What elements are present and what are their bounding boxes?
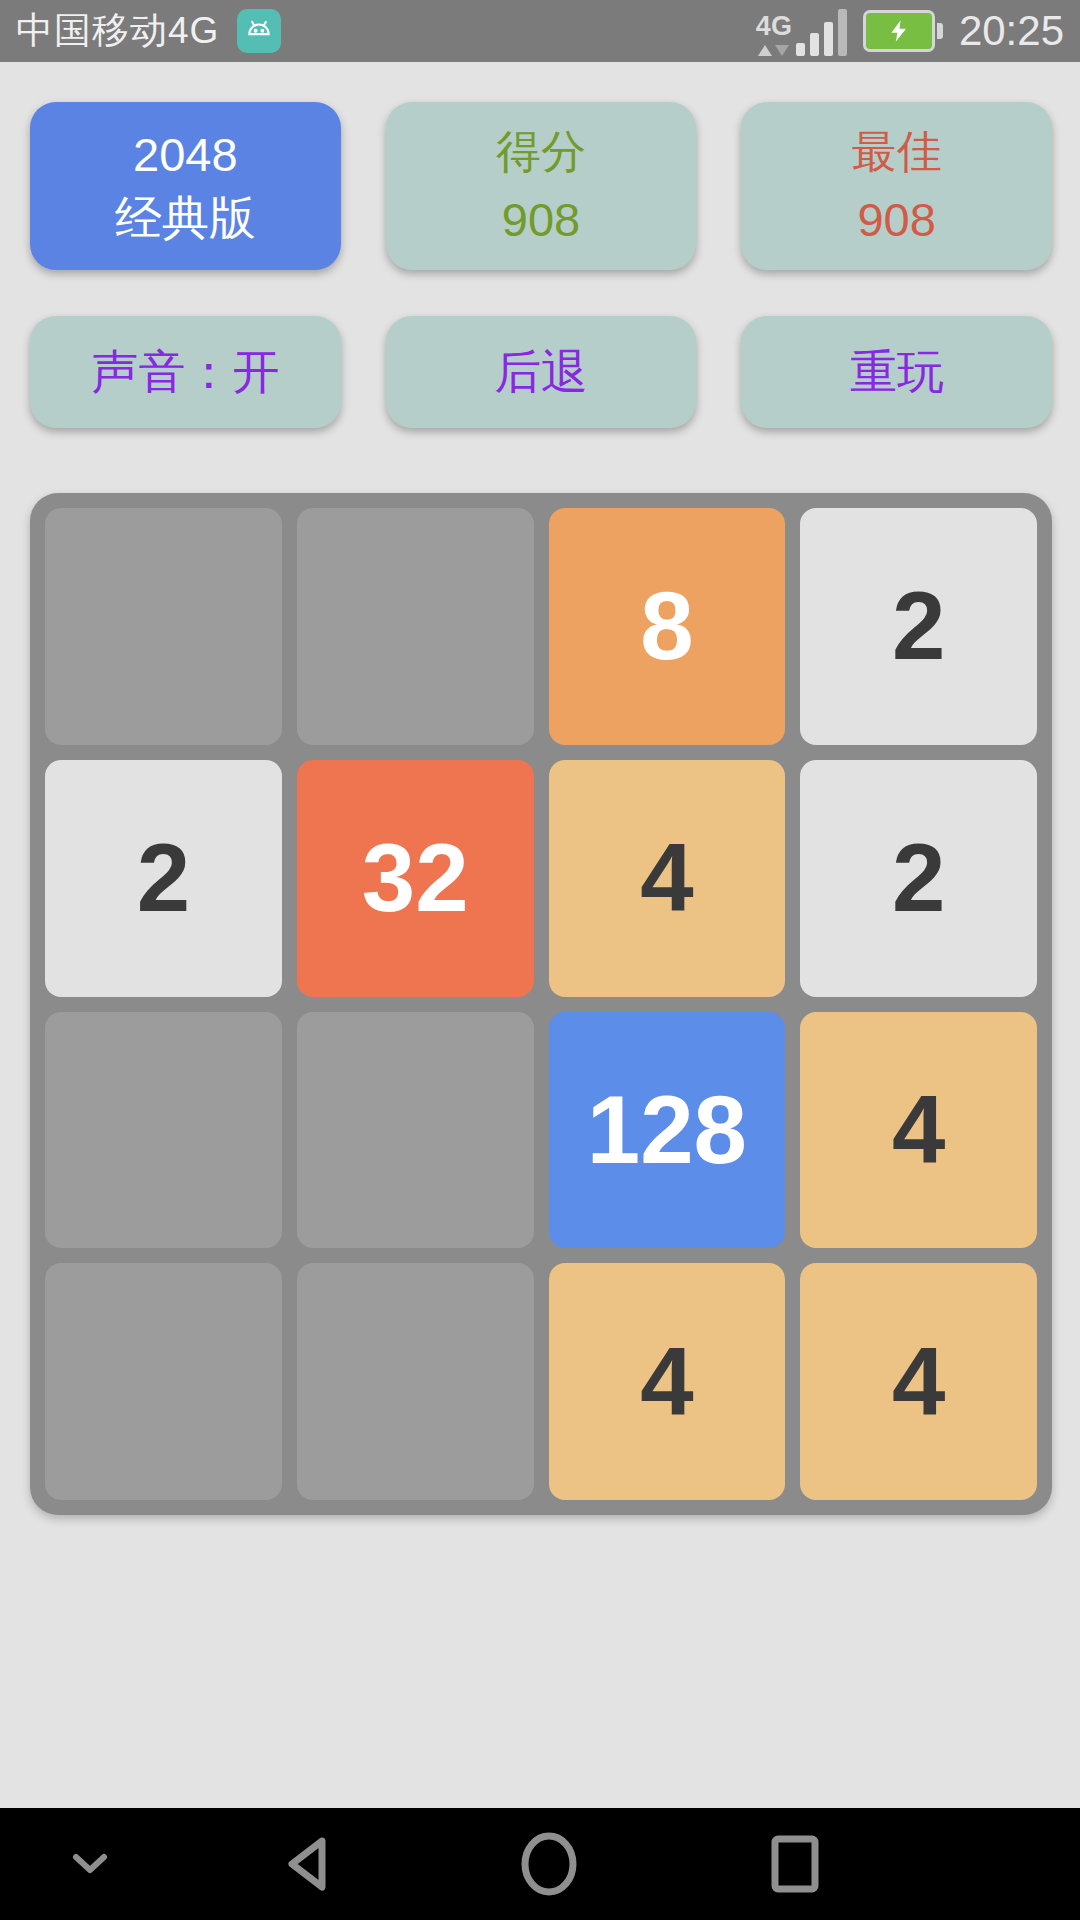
tile-4: 4 (549, 1263, 786, 1500)
clock: 20:25 (959, 7, 1064, 55)
title-line2: 经典版 (115, 186, 256, 249)
signal-bars-icon (796, 8, 847, 56)
empty-cell (45, 1012, 282, 1249)
best-value: 908 (857, 196, 935, 243)
chevron-down-icon (68, 1851, 112, 1877)
tile-4: 4 (800, 1012, 1037, 1249)
android-notification-icon (237, 9, 281, 53)
score-label: 得分 (496, 129, 586, 174)
phone-screen: 中国移动4G 4G (0, 0, 1080, 1920)
tile-8: 8 (549, 508, 786, 745)
status-bar: 中国移动4G 4G (0, 0, 1080, 62)
header-row-1: 2048 经典版 得分 908 最佳 908 (30, 102, 1052, 270)
replay-label: 重玩 (850, 341, 944, 404)
sound-toggle-label: 声音：开 (91, 341, 279, 404)
signal-indicator: 4G (756, 6, 847, 56)
network-type-label: 4G (756, 13, 792, 40)
home-circle-icon (519, 1832, 579, 1896)
empty-cell (297, 1263, 534, 1500)
recents-button[interactable] (769, 1833, 821, 1895)
tile-128: 128 (549, 1012, 786, 1249)
undo-label: 后退 (494, 341, 588, 404)
tile-2: 2 (45, 760, 282, 997)
tile-2: 2 (800, 760, 1037, 997)
empty-cell (297, 508, 534, 745)
undo-button[interactable]: 后退 (386, 316, 697, 428)
header-row-2: 声音：开 后退 重玩 (30, 316, 1052, 428)
replay-button[interactable]: 重玩 (741, 316, 1052, 428)
score-value: 908 (502, 196, 580, 243)
tile-4: 4 (549, 760, 786, 997)
title-button[interactable]: 2048 经典版 (30, 102, 341, 270)
best-box: 最佳 908 (741, 102, 1052, 270)
empty-cell (45, 1263, 282, 1500)
score-box: 得分 908 (386, 102, 697, 270)
carrier-label: 中国移动4G (16, 6, 219, 56)
recents-square-icon (769, 1833, 821, 1895)
empty-cell (297, 1012, 534, 1249)
data-activity-arrows-icon (758, 44, 789, 56)
battery-charging-icon (863, 10, 943, 52)
back-button[interactable] (280, 1833, 334, 1895)
sound-toggle-button[interactable]: 声音：开 (30, 316, 341, 428)
hide-navbar-button[interactable] (68, 1851, 112, 1877)
back-triangle-icon (280, 1833, 334, 1895)
title-line1: 2048 (133, 123, 238, 186)
tile-2: 2 (800, 508, 1037, 745)
status-right-cluster: 4G 20:25 (756, 6, 1064, 56)
empty-cell (45, 508, 282, 745)
board-grid[interactable]: 8223242128444 (30, 493, 1052, 1515)
navigation-bar (0, 1808, 1080, 1920)
tile-32: 32 (297, 760, 534, 997)
home-button[interactable] (519, 1832, 579, 1896)
tile-4: 4 (800, 1263, 1037, 1500)
best-label: 最佳 (852, 129, 942, 174)
